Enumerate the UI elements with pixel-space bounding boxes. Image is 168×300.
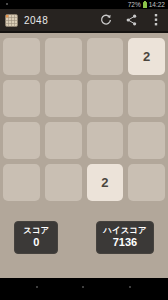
notification-icon [6, 3, 8, 5]
empty-cell [3, 80, 40, 117]
share-icon[interactable] [124, 12, 138, 28]
nav-hint-dot-left [36, 286, 38, 288]
empty-cell [128, 122, 165, 159]
app-bar: 2048 [0, 9, 168, 33]
tile-2: 2 [128, 38, 165, 75]
tile-2: 2 [87, 164, 124, 201]
clock-label: 14:22 [149, 0, 165, 9]
score-panel: スコア 0 ハイスコア 7136 [0, 221, 168, 254]
score-value: 0 [21, 236, 51, 249]
highscore-value: 7136 [103, 236, 147, 249]
empty-cell [45, 122, 82, 159]
empty-cell [3, 38, 40, 75]
empty-cell [87, 122, 124, 159]
empty-cell [87, 38, 124, 75]
empty-cell [87, 80, 124, 117]
highscore-box: ハイスコア 7136 [96, 221, 154, 254]
game-board[interactable]: 22 [0, 35, 168, 204]
empty-cell [3, 122, 40, 159]
empty-cell [128, 164, 165, 201]
empty-cell [45, 80, 82, 117]
status-bar: 72% 14:22 [0, 0, 168, 9]
app-title: 2048 [24, 15, 48, 26]
navigation-strip [0, 278, 168, 300]
phone-screen: 72% 14:22 2048 [0, 0, 168, 300]
empty-cell [45, 164, 82, 201]
empty-cell [3, 164, 40, 201]
empty-cell [45, 38, 82, 75]
battery-percent-label: 72% [128, 0, 141, 9]
highscore-label: ハイスコア [103, 225, 147, 236]
restart-icon[interactable] [99, 12, 113, 28]
empty-cell [128, 80, 165, 117]
app-icon-2048 [5, 14, 18, 27]
battery-icon [143, 2, 147, 8]
overflow-menu-icon[interactable] [149, 12, 163, 28]
score-label: スコア [21, 225, 51, 236]
score-box: スコア 0 [14, 221, 58, 254]
nav-hint-dot-right [129, 286, 131, 288]
nav-hint-dot-center [82, 286, 84, 288]
